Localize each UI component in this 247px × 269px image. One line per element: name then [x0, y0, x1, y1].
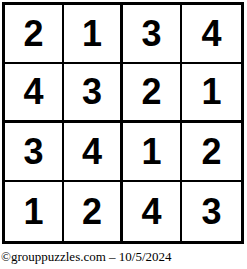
- cell-r4c1: 1: [5, 182, 64, 241]
- cell-r1c1: 2: [5, 5, 64, 64]
- cell-r1c4: 4: [182, 5, 241, 64]
- cell-r2c4: 1: [182, 64, 241, 123]
- cell-r3c1: 3: [5, 123, 64, 182]
- cell-r3c4: 2: [182, 123, 241, 182]
- cell-r1c2: 1: [64, 5, 123, 64]
- cell-r2c2: 3: [64, 64, 123, 123]
- cell-r4c3: 4: [123, 182, 182, 241]
- cell-r4c2: 2: [64, 182, 123, 241]
- sudoku-board: 2134432134121243: [2, 2, 244, 244]
- cell-r2c1: 4: [5, 64, 64, 123]
- cell-r1c3: 3: [123, 5, 182, 64]
- cell-r2c3: 2: [123, 64, 182, 123]
- cell-r4c4: 3: [182, 182, 241, 241]
- credit-text: ©grouppuzzles.com – 10/5/2024: [1, 249, 172, 265]
- cell-r3c2: 4: [64, 123, 123, 182]
- cell-r3c3: 1: [123, 123, 182, 182]
